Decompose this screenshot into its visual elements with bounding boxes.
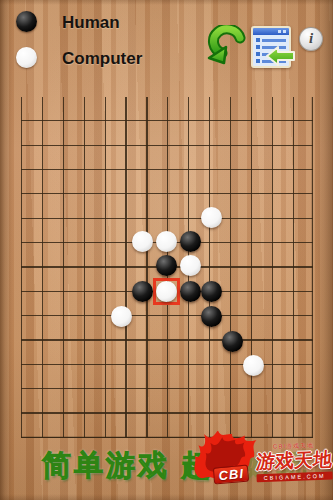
- stone-black: [156, 255, 177, 276]
- back-arrow-icon: [266, 46, 296, 70]
- stone-black: [222, 331, 243, 352]
- move-list-icon: [251, 26, 291, 68]
- cbi-logo-text: CBI: [213, 465, 250, 485]
- undo-button[interactable]: [206, 25, 246, 65]
- stone-white: [201, 207, 222, 228]
- move-list-button[interactable]: [251, 26, 291, 68]
- player-label-human: Human: [62, 13, 120, 33]
- black-stone-icon: [16, 11, 37, 32]
- white-stone-icon: [16, 47, 37, 68]
- info-button[interactable]: i: [299, 27, 323, 51]
- site-watermark: CBI CBI游戏天地 游戏天地 CBIGAME.COM: [189, 425, 333, 496]
- gomoku-board[interactable]: [10, 85, 324, 450]
- watermark-small-bottom-text: CBIGAME.COM: [256, 471, 332, 482]
- stone-white: [156, 231, 177, 252]
- stone-black: [132, 281, 153, 302]
- stone-white: [156, 281, 177, 302]
- stone-black: [201, 281, 222, 302]
- undo-arrow-icon: [206, 51, 246, 68]
- gomoku-app-screen: Human Computer: [0, 0, 333, 500]
- caption-visible-text: 简单游戏 超: [42, 449, 213, 481]
- stone-white: [111, 306, 132, 327]
- info-icon: i: [309, 31, 313, 46]
- stone-white: [132, 231, 153, 252]
- stone-white: [180, 255, 201, 276]
- stone-black: [180, 281, 201, 302]
- player-label-computer: Computer: [62, 49, 142, 69]
- watermark-site-name: 游戏天地: [255, 450, 332, 474]
- stone-black: [180, 231, 201, 252]
- stone-black: [201, 306, 222, 327]
- stone-white: [243, 355, 264, 376]
